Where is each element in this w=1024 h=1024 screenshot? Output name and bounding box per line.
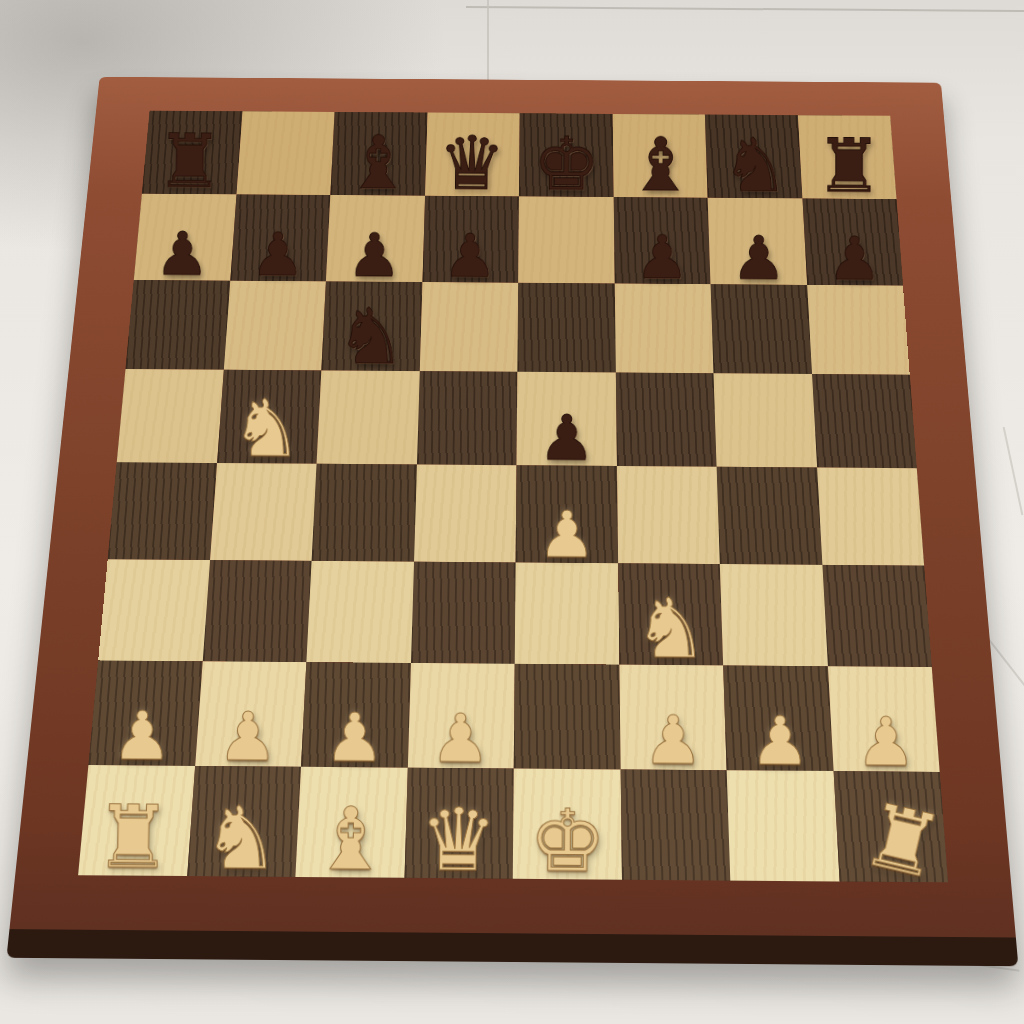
- square-g1: [727, 770, 839, 881]
- piece-black-king: ♚: [532, 127, 600, 201]
- piece-black-rook: ♜: [816, 129, 883, 203]
- piece-white-pawn: ♟: [643, 707, 704, 774]
- square-e7: [518, 196, 614, 283]
- square-d8: ♛: [425, 113, 520, 197]
- square-d7: ♟: [422, 196, 519, 283]
- square-f6: [614, 283, 713, 373]
- square-f4: [617, 466, 720, 564]
- square-e8: ♚: [519, 113, 613, 197]
- square-b7: ♟: [230, 194, 330, 281]
- square-f2: ♟: [619, 664, 727, 770]
- square-b4: [210, 463, 317, 561]
- square-a6: [125, 280, 229, 370]
- square-f5: [615, 373, 716, 467]
- square-h6: [807, 285, 910, 375]
- piece-white-pawn: ♟: [856, 709, 917, 777]
- piece-black-pawn: ♟: [731, 228, 786, 288]
- piece-black-queen: ♛: [438, 126, 506, 200]
- piece-black-pawn: ♟: [155, 224, 210, 284]
- square-g7: ♟: [708, 198, 807, 285]
- piece-white-rook: ♜: [855, 791, 950, 893]
- square-h8: ♜: [798, 115, 897, 199]
- floor-crack-2: [1003, 427, 1024, 515]
- square-h4: [817, 468, 924, 566]
- square-e1: ♚: [513, 769, 622, 880]
- square-d5: [417, 371, 518, 465]
- piece-white-pawn: ♟: [324, 704, 385, 771]
- square-c6: ♞: [321, 281, 422, 371]
- piece-white-knight: ♞: [231, 389, 303, 468]
- square-e3: [515, 562, 619, 664]
- square-c3: [306, 561, 413, 663]
- square-a4: [108, 462, 217, 560]
- square-b3: [202, 560, 311, 662]
- square-c2: ♟: [301, 662, 411, 768]
- chessboard-photo: ♜♝♛♚♝♞♜♟♟♟♟♟♟♟♞♞♟♟♞♟♟♟♟♟♟♟♜♞♝♛♚♜: [6, 77, 1018, 966]
- square-h1: ♜: [833, 771, 948, 882]
- square-c4: [312, 464, 417, 562]
- square-c1: ♝: [295, 767, 407, 878]
- square-a2: ♟: [88, 660, 202, 766]
- floor-seam-line: [466, 6, 1024, 12]
- piece-white-queen: ♛: [420, 797, 498, 884]
- square-h7: ♟: [802, 198, 903, 285]
- square-g4: [717, 467, 822, 565]
- square-d1: ♛: [404, 768, 514, 879]
- square-f1: [620, 770, 730, 881]
- piece-white-pawn: ♟: [750, 708, 811, 775]
- piece-white-king: ♚: [528, 798, 606, 885]
- square-c8: ♝: [330, 112, 427, 196]
- piece-white-rook: ♜: [94, 794, 173, 881]
- square-a8: ♜: [142, 111, 242, 195]
- piece-black-pawn: ♟: [538, 407, 595, 470]
- piece-white-knight: ♞: [202, 795, 281, 882]
- square-a7: ♟: [134, 194, 236, 281]
- piece-black-pawn: ♟: [635, 227, 690, 287]
- square-e5: ♟: [517, 372, 617, 466]
- board-frame: ♜♝♛♚♝♞♜♟♟♟♟♟♟♟♞♞♟♟♞♟♟♟♟♟♟♟♜♞♝♛♚♜: [6, 77, 1018, 966]
- piece-black-pawn: ♟: [347, 225, 402, 285]
- piece-black-bishop: ♝: [627, 128, 695, 202]
- square-b2: ♟: [195, 661, 307, 767]
- square-g8: ♞: [705, 115, 802, 199]
- piece-white-pawn: ♟: [111, 703, 172, 770]
- piece-black-pawn: ♟: [443, 226, 498, 286]
- square-h2: ♟: [827, 666, 939, 772]
- square-e4: ♟: [516, 465, 618, 563]
- square-d6: [419, 282, 518, 372]
- square-h3: [822, 565, 932, 667]
- square-g6: [711, 284, 812, 374]
- piece-white-pawn: ♟: [218, 703, 279, 770]
- square-g2: ♟: [723, 665, 833, 771]
- square-c5: [317, 371, 420, 465]
- square-f7: ♟: [613, 197, 710, 284]
- square-g3: [720, 564, 828, 666]
- square-h5: [812, 374, 917, 468]
- square-b8: [236, 111, 335, 195]
- square-a5: [117, 369, 224, 463]
- piece-black-pawn: ♟: [828, 228, 883, 288]
- piece-black-rook: ♜: [155, 124, 223, 198]
- square-e6: [517, 282, 615, 372]
- square-d2: ♟: [407, 663, 514, 769]
- piece-white-bishop: ♝: [311, 796, 390, 883]
- square-d3: [411, 561, 516, 663]
- piece-black-pawn: ♟: [251, 224, 306, 284]
- square-a1: ♜: [78, 765, 195, 876]
- square-f8: ♝: [612, 114, 707, 198]
- piece-white-knight: ♞: [634, 587, 709, 670]
- square-b6: [223, 280, 326, 370]
- piece-black-knight: ♞: [335, 299, 406, 376]
- square-a3: [98, 559, 209, 661]
- square-f3: ♞: [618, 563, 723, 665]
- square-c7: ♟: [326, 195, 425, 282]
- square-g5: [713, 374, 816, 468]
- square-b5: ♞: [217, 370, 322, 464]
- piece-black-bishop: ♝: [344, 126, 412, 200]
- board-grid: ♜♝♛♚♝♞♜♟♟♟♟♟♟♟♞♞♟♟♞♟♟♟♟♟♟♟♜♞♝♛♚♜: [78, 111, 948, 883]
- piece-white-pawn: ♟: [538, 502, 596, 566]
- square-b1: ♞: [187, 766, 301, 877]
- square-e2: [514, 663, 620, 769]
- piece-black-knight: ♞: [721, 128, 789, 202]
- piece-white-pawn: ♟: [430, 705, 491, 772]
- square-d4: [414, 465, 517, 563]
